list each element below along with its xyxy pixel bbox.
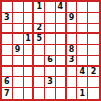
cell-r4c8[interactable]	[77, 34, 88, 45]
cell-r6c1[interactable]	[2, 56, 13, 67]
digit: 3	[4, 14, 10, 22]
cell-r4c6[interactable]	[56, 34, 67, 45]
cell-r6c4[interactable]	[34, 56, 45, 67]
cell-r7c3[interactable]	[24, 67, 35, 78]
digit: 2	[91, 68, 97, 76]
digit: 3	[69, 56, 75, 64]
cell-r3c8[interactable]	[77, 24, 88, 35]
cell-r3c4[interactable]: 2	[34, 24, 45, 35]
cell-r5c4[interactable]	[34, 45, 45, 56]
cell-r1c6[interactable]: 4	[56, 2, 67, 13]
cell-r5c9[interactable]	[88, 45, 99, 56]
digit: 3	[47, 78, 53, 86]
cell-r9c1[interactable]: 7	[2, 88, 13, 99]
cell-r2c3[interactable]	[24, 13, 35, 24]
sudoku-board: 14392159863426371	[0, 0, 101, 101]
cell-r2c7[interactable]: 9	[67, 13, 78, 24]
cell-r9c9[interactable]	[88, 88, 99, 99]
cell-r3c9[interactable]	[88, 24, 99, 35]
cell-r3c7[interactable]	[67, 24, 78, 35]
cell-r5c1[interactable]	[2, 45, 13, 56]
cell-r7c6[interactable]	[56, 67, 67, 78]
digit: 2	[36, 24, 42, 32]
cell-r5c5[interactable]	[45, 45, 56, 56]
cell-r5c8[interactable]	[77, 45, 88, 56]
cell-r3c5[interactable]	[45, 24, 56, 35]
digit: 9	[15, 46, 21, 54]
cell-r8c6[interactable]	[56, 77, 67, 88]
cell-r1c3[interactable]	[24, 2, 35, 13]
cell-r8c2[interactable]	[13, 77, 24, 88]
cell-r8c3[interactable]	[24, 77, 35, 88]
cell-r2c1[interactable]: 3	[2, 13, 13, 24]
cell-r1c7[interactable]	[67, 2, 78, 13]
cell-r2c8[interactable]	[77, 13, 88, 24]
cell-r9c4[interactable]	[34, 88, 45, 99]
cell-r1c8[interactable]	[77, 2, 88, 13]
cell-r8c1[interactable]: 6	[2, 77, 13, 88]
cell-r3c3[interactable]	[24, 24, 35, 35]
cell-r6c2[interactable]	[13, 56, 24, 67]
cell-r8c5[interactable]: 3	[45, 77, 56, 88]
cell-r1c2[interactable]	[13, 2, 24, 13]
digit: 9	[69, 14, 75, 22]
cell-r4c2[interactable]	[13, 34, 24, 45]
cell-r4c4[interactable]: 5	[34, 34, 45, 45]
cell-r9c2[interactable]	[13, 88, 24, 99]
cell-r2c5[interactable]	[45, 13, 56, 24]
cell-r6c9[interactable]	[88, 56, 99, 67]
cell-r5c7[interactable]: 8	[67, 45, 78, 56]
cell-r4c1[interactable]	[2, 34, 13, 45]
cell-r1c5[interactable]	[45, 2, 56, 13]
cell-r5c2[interactable]: 9	[13, 45, 24, 56]
cell-r7c9[interactable]: 2	[88, 67, 99, 78]
digit: 5	[36, 35, 42, 43]
cell-r8c8[interactable]	[77, 77, 88, 88]
cell-r6c3[interactable]	[24, 56, 35, 67]
cell-r7c8[interactable]: 4	[77, 67, 88, 78]
cell-r8c7[interactable]	[67, 77, 78, 88]
digit: 7	[4, 90, 10, 98]
cell-r7c7[interactable]	[67, 67, 78, 78]
cell-r6c5[interactable]: 6	[45, 56, 56, 67]
cell-r2c6[interactable]	[56, 13, 67, 24]
cell-r5c6[interactable]	[56, 45, 67, 56]
digit: 4	[80, 68, 86, 76]
digit: 1	[25, 35, 31, 43]
digit: 4	[57, 3, 63, 11]
cell-r9c6[interactable]	[56, 88, 67, 99]
cell-r2c4[interactable]	[34, 13, 45, 24]
cell-r1c4[interactable]: 1	[34, 2, 45, 13]
digit: 1	[36, 3, 42, 11]
cell-r4c5[interactable]	[45, 34, 56, 45]
cell-r5c3[interactable]	[24, 45, 35, 56]
cell-r3c6[interactable]	[56, 24, 67, 35]
cell-r6c8[interactable]	[77, 56, 88, 67]
digit: 6	[47, 56, 53, 64]
digit: 8	[69, 46, 75, 54]
cell-r3c1[interactable]	[2, 24, 13, 35]
cell-r9c5[interactable]	[45, 88, 56, 99]
cell-r2c2[interactable]	[13, 13, 24, 24]
cell-r7c1[interactable]	[2, 67, 13, 78]
cell-r9c7[interactable]	[67, 88, 78, 99]
digit: 6	[4, 78, 10, 86]
digit: 1	[80, 90, 86, 98]
cell-r7c5[interactable]	[45, 67, 56, 78]
cell-r4c9[interactable]	[88, 34, 99, 45]
cell-r6c6[interactable]	[56, 56, 67, 67]
cell-r9c3[interactable]	[24, 88, 35, 99]
cell-r6c7[interactable]: 3	[67, 56, 78, 67]
cell-r4c7[interactable]	[67, 34, 78, 45]
cell-r8c4[interactable]	[34, 77, 45, 88]
cell-r8c9[interactable]	[88, 77, 99, 88]
cell-r3c2[interactable]	[13, 24, 24, 35]
cell-r7c2[interactable]	[13, 67, 24, 78]
cell-r1c1[interactable]	[2, 2, 13, 13]
cell-r4c3[interactable]: 1	[24, 34, 35, 45]
cell-r2c9[interactable]	[88, 13, 99, 24]
cell-r7c4[interactable]	[34, 67, 45, 78]
cell-r9c8[interactable]: 1	[77, 88, 88, 99]
cell-r1c9[interactable]	[88, 2, 99, 13]
